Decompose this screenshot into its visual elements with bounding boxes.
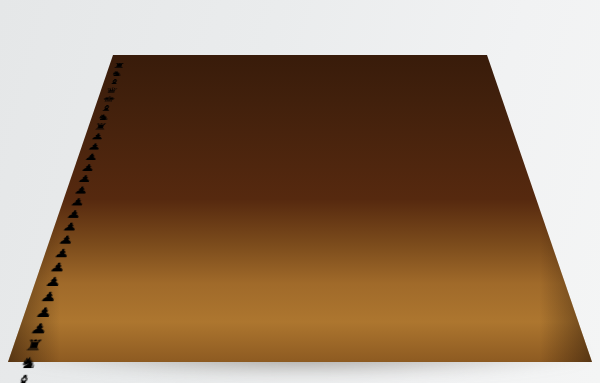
piece-black-pawn: ♟ — [56, 233, 543, 246]
piece-black-pawn: ♟ — [60, 220, 539, 233]
piece-white-pawn: ♟ — [79, 162, 520, 173]
bishop-icon: ♝ — [11, 372, 35, 383]
bishop-icon: ♝ — [107, 78, 122, 86]
piece-black-pawn: ♟ — [38, 289, 562, 304]
pawn-icon: ♟ — [68, 196, 87, 208]
piece-black-pawn: ♟ — [52, 246, 548, 260]
pawn-icon: ♟ — [48, 260, 69, 274]
piece-black-pawn: ♟ — [33, 305, 567, 321]
pawn-icon: ♟ — [72, 184, 90, 196]
piece-white-bishop: ♝ — [98, 103, 501, 112]
pawn-icon: ♟ — [79, 162, 97, 173]
piece-white-knight: ♞ — [95, 113, 504, 122]
rook-icon: ♜ — [92, 122, 108, 132]
pawn-icon: ♟ — [38, 289, 60, 304]
knight-icon: ♞ — [95, 113, 111, 122]
piece-white-pawn: ♟ — [68, 196, 531, 208]
piece-black-pawn: ♟ — [43, 274, 557, 289]
piece-white-pawn: ♟ — [83, 152, 517, 163]
queen-icon: ♛ — [104, 86, 119, 95]
bishop-icon: ♝ — [98, 103, 114, 112]
piece-white-pawn: ♟ — [89, 132, 510, 142]
photo-backdrop: ♜♞♝♛♚♝♞♜♟♟♟♟♟♟♟♟♟♟♟♟♟♟♟♟♜♞♝♚♛♝♞♜ — [0, 0, 600, 383]
pawn-icon: ♟ — [52, 246, 72, 260]
pawn-icon: ♟ — [86, 142, 103, 152]
pawn-icon: ♟ — [60, 220, 79, 233]
king-icon: ♚ — [101, 95, 117, 104]
pawn-icon: ♟ — [83, 152, 100, 163]
piece-white-king: ♚ — [101, 95, 498, 104]
piece-black-pawn: ♟ — [48, 260, 553, 274]
piece-white-pawn: ♟ — [76, 173, 524, 184]
pawn-icon: ♟ — [76, 173, 94, 184]
piece-black-rook: ♜ — [23, 337, 578, 354]
pawn-icon: ♟ — [28, 320, 51, 337]
piece-black-bishop: ♝ — [11, 372, 589, 383]
knight-icon: ♞ — [17, 354, 41, 372]
rook-icon: ♜ — [23, 337, 46, 354]
piece-black-pawn: ♟ — [28, 320, 572, 337]
piece-white-rook: ♜ — [112, 62, 488, 70]
piece-white-queen: ♛ — [104, 86, 496, 95]
piece-white-pawn: ♟ — [65, 208, 536, 220]
piece-white-knight: ♞ — [109, 70, 490, 78]
pawn-icon: ♟ — [43, 274, 64, 289]
piece-white-pawn: ♟ — [72, 184, 528, 196]
chess-board: ♜♞♝♛♚♝♞♜♟♟♟♟♟♟♟♟♟♟♟♟♟♟♟♟♜♞♝♚♛♝♞♜ — [33, 62, 567, 322]
pieces-layer: ♜♞♝♛♚♝♞♜♟♟♟♟♟♟♟♟♟♟♟♟♟♟♟♟♜♞♝♚♛♝♞♜ — [0, 62, 600, 383]
pawn-icon: ♟ — [33, 305, 55, 321]
pawn-icon: ♟ — [65, 208, 84, 220]
rook-icon: ♜ — [112, 62, 127, 70]
piece-white-pawn: ♟ — [86, 142, 514, 152]
piece-white-rook: ♜ — [92, 122, 507, 132]
piece-black-knight: ♞ — [17, 354, 583, 372]
piece-white-bishop: ♝ — [107, 78, 493, 86]
pawn-icon: ♟ — [56, 233, 76, 246]
pawn-icon: ♟ — [89, 132, 106, 142]
knight-icon: ♞ — [109, 70, 124, 78]
